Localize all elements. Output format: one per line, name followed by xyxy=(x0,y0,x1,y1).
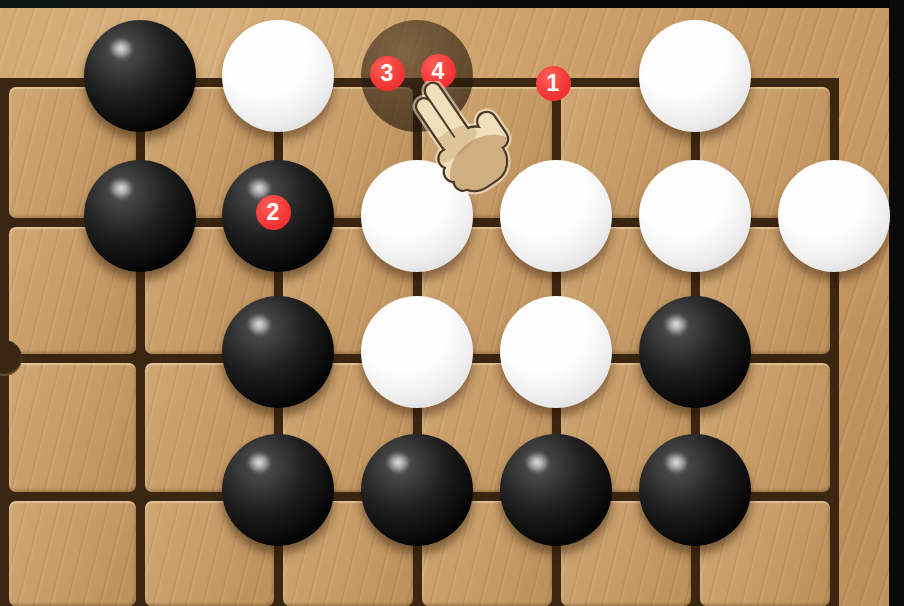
intersection-r4-c7[interactable] xyxy=(814,476,854,516)
black-stone xyxy=(639,434,751,546)
white-stone xyxy=(639,160,751,272)
intersection-r1-c7[interactable] xyxy=(814,62,854,102)
intersection-r1-c1[interactable] xyxy=(0,62,24,102)
intersection-r3-c1[interactable] xyxy=(0,338,24,378)
board-cell xyxy=(9,501,136,606)
black-stone xyxy=(639,296,751,408)
black-stone xyxy=(361,434,473,546)
move-badge-2: 2 xyxy=(256,195,291,230)
tap-hand-cursor xyxy=(368,81,518,241)
white-stone xyxy=(222,20,334,132)
white-stone xyxy=(500,296,612,408)
black-stone xyxy=(84,20,196,132)
white-stone xyxy=(361,296,473,408)
intersection-r4-c1[interactable] xyxy=(0,476,24,516)
intersection-r2-c1[interactable] xyxy=(0,202,24,242)
black-stone xyxy=(222,434,334,546)
top-dark-bar xyxy=(0,0,904,8)
white-stone xyxy=(778,160,890,272)
white-stone xyxy=(639,20,751,132)
black-stone xyxy=(84,160,196,272)
right-dark-bar xyxy=(889,0,904,606)
intersection-r3-c2[interactable] xyxy=(120,338,160,378)
move-badge-1: 1 xyxy=(536,66,571,101)
black-stone xyxy=(500,434,612,546)
go-board-screen: 1234 xyxy=(0,0,904,606)
board-cell xyxy=(9,363,136,492)
intersection-r3-c7[interactable] xyxy=(814,338,854,378)
intersection-r4-c2[interactable] xyxy=(120,476,160,516)
black-stone xyxy=(222,296,334,408)
